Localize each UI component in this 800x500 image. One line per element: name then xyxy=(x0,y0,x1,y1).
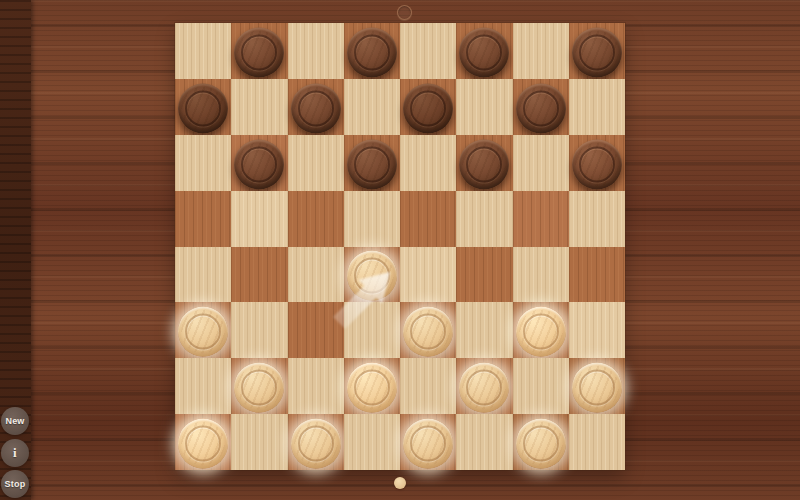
square-r2c6[interactable] xyxy=(513,135,569,191)
square-r6c3[interactable] xyxy=(344,358,400,414)
square-r2c0[interactable] xyxy=(175,135,231,191)
dark-piece[interactable] xyxy=(459,27,509,77)
square-r6c7[interactable] xyxy=(569,358,625,414)
square-r3c2[interactable] xyxy=(288,191,344,247)
info-button[interactable]: i xyxy=(1,439,29,467)
square-r7c6[interactable] xyxy=(513,414,569,470)
light-piece[interactable] xyxy=(347,251,397,301)
light-piece[interactable] xyxy=(403,307,453,357)
square-r4c2[interactable] xyxy=(288,247,344,303)
square-r5c7[interactable] xyxy=(569,302,625,358)
square-r5c3[interactable] xyxy=(344,302,400,358)
square-r1c7[interactable] xyxy=(569,79,625,135)
square-r7c0[interactable] xyxy=(175,414,231,470)
dark-piece[interactable] xyxy=(234,27,284,77)
square-r0c7[interactable] xyxy=(569,23,625,79)
square-r7c5[interactable] xyxy=(456,414,512,470)
square-r2c2[interactable] xyxy=(288,135,344,191)
board-top-ring-marker xyxy=(397,5,412,20)
dark-piece[interactable] xyxy=(459,139,509,189)
square-r0c2[interactable] xyxy=(288,23,344,79)
square-r1c4[interactable] xyxy=(400,79,456,135)
dark-piece[interactable] xyxy=(347,139,397,189)
square-r5c5[interactable] xyxy=(456,302,512,358)
dark-piece[interactable] xyxy=(291,83,341,133)
square-r1c2[interactable] xyxy=(288,79,344,135)
square-r4c3[interactable] xyxy=(344,247,400,303)
light-piece[interactable] xyxy=(403,419,453,469)
dark-piece[interactable] xyxy=(403,83,453,133)
square-r3c4[interactable] xyxy=(400,191,456,247)
light-piece[interactable] xyxy=(178,307,228,357)
light-piece[interactable] xyxy=(516,307,566,357)
light-piece[interactable] xyxy=(178,419,228,469)
square-r4c6[interactable] xyxy=(513,247,569,303)
square-r7c1[interactable] xyxy=(231,414,287,470)
square-r4c1[interactable] xyxy=(231,247,287,303)
square-r6c6[interactable] xyxy=(513,358,569,414)
light-piece[interactable] xyxy=(459,363,509,413)
square-r1c5[interactable] xyxy=(456,79,512,135)
square-r5c1[interactable] xyxy=(231,302,287,358)
square-r1c3[interactable] xyxy=(344,79,400,135)
board-bottom-dot-marker xyxy=(394,477,406,489)
square-r3c1[interactable] xyxy=(231,191,287,247)
square-r1c6[interactable] xyxy=(513,79,569,135)
square-r6c4[interactable] xyxy=(400,358,456,414)
square-r2c7[interactable] xyxy=(569,135,625,191)
square-r5c0[interactable] xyxy=(175,302,231,358)
checkers-app-window: New i Stop xyxy=(0,0,800,500)
light-piece[interactable] xyxy=(234,363,284,413)
square-r1c1[interactable] xyxy=(231,79,287,135)
new-game-button[interactable]: New xyxy=(1,407,29,435)
square-r3c0[interactable] xyxy=(175,191,231,247)
dark-piece[interactable] xyxy=(347,27,397,77)
square-r0c6[interactable] xyxy=(513,23,569,79)
square-r3c6[interactable] xyxy=(513,191,569,247)
dark-piece[interactable] xyxy=(572,27,622,77)
square-r4c0[interactable] xyxy=(175,247,231,303)
square-r3c5[interactable] xyxy=(456,191,512,247)
square-r6c2[interactable] xyxy=(288,358,344,414)
stop-button[interactable]: Stop xyxy=(1,470,29,498)
square-r1c0[interactable] xyxy=(175,79,231,135)
square-r0c0[interactable] xyxy=(175,23,231,79)
light-piece[interactable] xyxy=(347,363,397,413)
square-r7c7[interactable] xyxy=(569,414,625,470)
square-r4c5[interactable] xyxy=(456,247,512,303)
dark-piece[interactable] xyxy=(572,139,622,189)
square-r0c4[interactable] xyxy=(400,23,456,79)
light-piece[interactable] xyxy=(572,363,622,413)
square-r6c1[interactable] xyxy=(231,358,287,414)
square-r2c5[interactable] xyxy=(456,135,512,191)
square-r2c3[interactable] xyxy=(344,135,400,191)
square-r4c7[interactable] xyxy=(569,247,625,303)
square-r2c1[interactable] xyxy=(231,135,287,191)
square-r7c3[interactable] xyxy=(344,414,400,470)
square-r0c5[interactable] xyxy=(456,23,512,79)
light-piece[interactable] xyxy=(516,419,566,469)
checkers-board[interactable] xyxy=(175,23,625,470)
square-r0c3[interactable] xyxy=(344,23,400,79)
square-r3c7[interactable] xyxy=(569,191,625,247)
square-r3c3[interactable] xyxy=(344,191,400,247)
light-piece[interactable] xyxy=(291,419,341,469)
dark-piece[interactable] xyxy=(178,83,228,133)
square-r7c4[interactable] xyxy=(400,414,456,470)
dark-piece[interactable] xyxy=(516,83,566,133)
square-r5c4[interactable] xyxy=(400,302,456,358)
dark-piece[interactable] xyxy=(234,139,284,189)
square-r7c2[interactable] xyxy=(288,414,344,470)
square-r4c4[interactable] xyxy=(400,247,456,303)
square-r5c6[interactable] xyxy=(513,302,569,358)
square-r0c1[interactable] xyxy=(231,23,287,79)
square-r6c0[interactable] xyxy=(175,358,231,414)
square-r2c4[interactable] xyxy=(400,135,456,191)
square-r5c2[interactable] xyxy=(288,302,344,358)
square-r6c5[interactable] xyxy=(456,358,512,414)
